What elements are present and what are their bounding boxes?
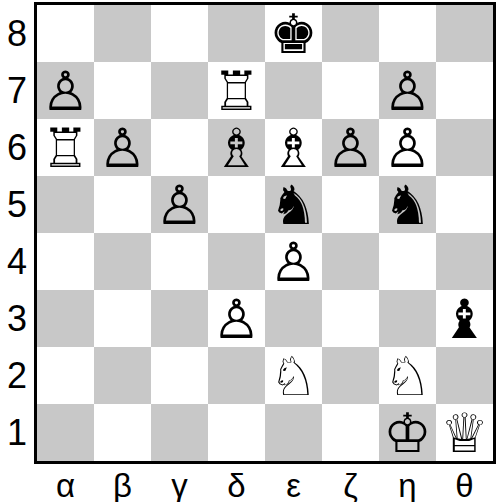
square-b6: ♙ — [94, 119, 151, 176]
square-a8 — [37, 5, 94, 62]
white-pawn-icon: ♙ — [326, 120, 374, 176]
white-rook-icon: ♖ — [212, 63, 260, 119]
square-e4: ♙ — [265, 233, 322, 290]
white-knight-icon: ♘ — [383, 348, 431, 404]
square-g2: ♘ — [379, 347, 436, 404]
file-label-h: θ — [436, 467, 493, 502]
black-king-icon: ♚ — [269, 6, 317, 62]
square-b8 — [94, 5, 151, 62]
square-f2 — [322, 347, 379, 404]
square-d8 — [208, 5, 265, 62]
file-label-f: ζ — [322, 467, 379, 502]
rank-label-5: 5 — [0, 176, 34, 233]
square-c4 — [151, 233, 208, 290]
square-g1: ♔ — [379, 404, 436, 461]
square-f1 — [322, 404, 379, 461]
square-h6 — [436, 119, 493, 176]
square-g6: ♙ — [379, 119, 436, 176]
square-c8 — [151, 5, 208, 62]
file-label-c: γ — [151, 467, 208, 502]
square-a1 — [37, 404, 94, 461]
square-a2 — [37, 347, 94, 404]
square-h7 — [436, 62, 493, 119]
square-b7 — [94, 62, 151, 119]
square-c2 — [151, 347, 208, 404]
rank-label-8: 8 — [0, 5, 34, 62]
square-d4 — [208, 233, 265, 290]
black-knight-icon: ♞ — [383, 177, 431, 233]
rank-label-1: 1 — [0, 404, 34, 461]
square-g8 — [379, 5, 436, 62]
square-e2: ♘ — [265, 347, 322, 404]
black-knight-icon: ♞ — [269, 177, 317, 233]
rank-label-4: 4 — [0, 233, 34, 290]
square-a3 — [37, 290, 94, 347]
square-f5 — [322, 176, 379, 233]
square-a4 — [37, 233, 94, 290]
square-d1 — [208, 404, 265, 461]
board: ♚♙♖♙♖♙♗♗♙♙♙♞♞♙♙♝♘♘♔♕ — [34, 2, 496, 464]
square-d3: ♙ — [208, 290, 265, 347]
square-h2 — [436, 347, 493, 404]
white-pawn-icon: ♙ — [212, 291, 260, 347]
square-f6: ♙ — [322, 119, 379, 176]
square-e1 — [265, 404, 322, 461]
square-e7 — [265, 62, 322, 119]
square-h3: ♝ — [436, 290, 493, 347]
square-h5 — [436, 176, 493, 233]
square-b1 — [94, 404, 151, 461]
rank-label-3: 3 — [0, 290, 34, 347]
white-rook-icon: ♖ — [41, 120, 89, 176]
white-bishop-icon: ♗ — [212, 120, 260, 176]
square-g5: ♞ — [379, 176, 436, 233]
white-pawn-icon: ♙ — [383, 120, 431, 176]
file-label-e: ε — [265, 467, 322, 502]
file-label-b: β — [94, 467, 151, 502]
square-b3 — [94, 290, 151, 347]
white-pawn-icon: ♙ — [269, 234, 317, 290]
black-bishop-icon: ♝ — [440, 291, 488, 347]
chess-diagram: 87654321 ♚♙♖♙♖♙♗♗♙♙♙♞♞♙♙♝♘♘♔♕ αβγδεζηθ — [0, 0, 499, 502]
white-king-icon: ♔ — [383, 405, 431, 461]
square-e6: ♗ — [265, 119, 322, 176]
file-label-a: α — [37, 467, 94, 502]
square-e8: ♚ — [265, 5, 322, 62]
square-b4 — [94, 233, 151, 290]
square-h1: ♕ — [436, 404, 493, 461]
white-queen-icon: ♕ — [440, 405, 488, 461]
square-g7: ♙ — [379, 62, 436, 119]
square-b5 — [94, 176, 151, 233]
square-c3 — [151, 290, 208, 347]
square-b2 — [94, 347, 151, 404]
square-d7: ♖ — [208, 62, 265, 119]
square-d6: ♗ — [208, 119, 265, 176]
square-e5: ♞ — [265, 176, 322, 233]
white-pawn-icon: ♙ — [98, 120, 146, 176]
file-label-d: δ — [208, 467, 265, 502]
square-a6: ♖ — [37, 119, 94, 176]
square-d5 — [208, 176, 265, 233]
square-f7 — [322, 62, 379, 119]
square-g4 — [379, 233, 436, 290]
white-pawn-icon: ♙ — [155, 177, 203, 233]
file-label-g: η — [379, 467, 436, 502]
file-labels: αβγδεζηθ — [37, 467, 493, 502]
square-f8 — [322, 5, 379, 62]
square-f4 — [322, 233, 379, 290]
square-f3 — [322, 290, 379, 347]
rank-label-6: 6 — [0, 119, 34, 176]
white-bishop-icon: ♗ — [269, 120, 317, 176]
square-c1 — [151, 404, 208, 461]
white-pawn-icon: ♙ — [41, 63, 89, 119]
square-g3 — [379, 290, 436, 347]
white-knight-icon: ♘ — [269, 348, 317, 404]
white-pawn-icon: ♙ — [383, 63, 431, 119]
square-c5: ♙ — [151, 176, 208, 233]
rank-label-7: 7 — [0, 62, 34, 119]
rank-labels: 87654321 — [0, 5, 34, 461]
square-d2 — [208, 347, 265, 404]
rank-label-2: 2 — [0, 347, 34, 404]
square-h8 — [436, 5, 493, 62]
square-c7 — [151, 62, 208, 119]
square-h4 — [436, 233, 493, 290]
square-a7: ♙ — [37, 62, 94, 119]
square-e3 — [265, 290, 322, 347]
square-c6 — [151, 119, 208, 176]
square-a5 — [37, 176, 94, 233]
